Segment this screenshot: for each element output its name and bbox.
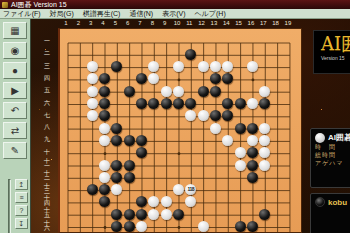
white-stone [99,123,110,134]
column-label-5: 5 [110,20,120,27]
white-stone [198,110,209,121]
black-stone [235,123,246,134]
table-background: 12345678910111213141516171819 一二三四五六七八九十… [31,19,350,233]
toolbar-button-new-game[interactable]: ▦ [3,22,27,39]
black-stone [124,221,135,232]
goban[interactable]: 118 [58,28,302,233]
black-stone [136,98,147,109]
black-stone [198,86,209,97]
nav-button-jump-down[interactable]: ↧ [15,218,28,229]
white-stone [235,160,246,171]
black-stone [161,98,172,109]
black-stone [124,86,135,97]
black-stone [173,209,184,220]
white-stone [136,221,147,232]
nav-button-jump-list[interactable]: ≡ [15,192,28,203]
white-stone [210,61,221,72]
black-stone [111,209,122,220]
title-bar: AI囲碁 Version 15 [0,0,350,9]
app-icon [2,2,8,8]
white-stone [87,98,98,109]
white-stone [247,98,258,109]
black-stone [210,86,221,97]
row-label-10: 十 [42,150,52,155]
black-stone [87,184,98,195]
toolbar-button-play-move[interactable]: ▶ [3,82,27,99]
menu-item-net[interactable]: 通信(N) [129,10,153,18]
player-card-white: AI囲碁 時 間 総時間 アゲハマ [310,128,350,188]
black-stone [136,209,147,220]
player-name-white: AI囲碁 [328,132,350,143]
logo-title: AI囲碁 [321,33,350,55]
white-stone [87,73,98,84]
black-stone [111,160,122,171]
column-label-10: 10 [172,20,182,27]
white-stone [259,160,270,171]
menu-item-replay[interactable]: 棋譜再生(C) [83,10,121,18]
column-label-8: 8 [147,20,157,27]
white-stone [161,209,172,220]
toolbar-button-board-setup[interactable]: ◉ [3,42,27,59]
white-stone [87,61,98,72]
row-label-15: 十五 [42,208,52,218]
column-label-2: 2 [73,20,83,27]
row-label-12: 十二 [42,171,52,181]
white-stone [198,221,209,232]
black-stone [173,98,184,109]
white-stone [99,135,110,146]
column-label-6: 6 [123,20,133,27]
player-card-black: kobu [310,193,350,233]
white-stone [173,184,184,195]
black-stone [259,209,270,220]
nav-button-help[interactable]: ? [15,205,28,216]
logo-subtitle: Version 15 [321,55,350,62]
time-label: 時 間 [315,143,350,151]
black-stone [124,135,135,146]
menu-item-file[interactable]: ファイル(F) [3,10,41,18]
column-label-12: 12 [197,20,207,27]
black-stone [247,123,258,134]
black-stone-icon [315,197,325,207]
column-label-9: 9 [160,20,170,27]
captures-label: アゲハマ [315,159,350,167]
row-label-9: 九 [42,137,52,142]
toolbar-button-swap-sides[interactable]: ⇄ [3,122,27,139]
white-stone [235,147,246,158]
column-label-3: 3 [86,20,96,27]
white-stone [247,61,258,72]
menu-item-help[interactable]: ヘルプ(H) [195,10,226,18]
black-stone [124,209,135,220]
row-label-6: 六 [42,101,52,106]
column-label-1: 1 [61,20,71,27]
black-stone [99,184,110,195]
white-stone [173,86,184,97]
black-stone [247,221,258,232]
white-stone [87,110,98,121]
white-stone [210,123,221,134]
column-label-17: 17 [258,20,268,27]
black-stone [124,160,135,171]
toolbar-button-edit-kifu[interactable]: ✎ [3,142,27,159]
white-stone [198,61,209,72]
row-label-2: 二 [42,51,52,56]
player-name-black: kobu [328,198,347,207]
menu-bar: ファイル(F) 対局(G) 棋譜再生(C) 通信(N) 表示(V) ヘルプ(H) [0,9,350,19]
black-stone [247,160,258,171]
menu-item-game[interactable]: 対局(G) [50,10,74,18]
black-stone [136,135,147,146]
white-stone [99,160,110,171]
total-time-label: 総時間 [315,151,350,159]
white-stone [148,209,159,220]
toolbar-button-pass[interactable]: ● [3,62,27,79]
move-number-label: 118 [185,186,196,192]
white-stone [247,135,258,146]
row-label-14: 十四 [42,196,52,206]
move-slider-track[interactable] [8,179,11,233]
row-label-3: 三 [42,64,52,69]
nav-button-jump-up[interactable]: ↥ [15,179,28,190]
white-stone [99,172,110,183]
logo-box: AI囲碁 Version 15 [313,30,350,74]
toolbar-button-undo[interactable]: ↶ [3,102,27,119]
column-label-7: 7 [135,20,145,27]
white-stone-icon [315,133,325,143]
column-label-15: 15 [234,20,244,27]
column-label-18: 18 [271,20,281,27]
white-stone [161,196,172,207]
left-toolbar: ▦◉●▶↶⇄✎ ↥≡?↧ [0,19,31,233]
white-stone [173,61,184,72]
row-label-1: 一 [42,39,52,44]
column-label-11: 11 [184,20,194,27]
black-stone [235,221,246,232]
white-stone [259,86,270,97]
white-stone [87,86,98,97]
row-label-8: 八 [42,125,52,130]
column-label-4: 4 [98,20,108,27]
black-stone [111,123,122,134]
white-stone [161,86,172,97]
black-stone [99,98,110,109]
column-label-19: 19 [283,20,293,27]
row-label-11: 十一 [42,159,52,169]
row-label-4: 四 [42,76,52,81]
black-stone [124,172,135,183]
window-title: AI囲碁 Version 15 [11,1,67,8]
wood-speckles [31,19,32,20]
column-label-16: 16 [246,20,256,27]
black-stone [99,86,110,97]
black-stone [247,172,258,183]
row-label-16: 十六 [42,221,52,231]
black-stone [235,98,246,109]
white-stone [259,123,270,134]
row-label-5: 五 [42,88,52,93]
menu-item-view[interactable]: 表示(V) [162,10,185,18]
column-label-13: 13 [209,20,219,27]
row-label-13: 十三 [42,184,52,194]
row-label-7: 七 [42,113,52,118]
column-label-14: 14 [221,20,231,27]
